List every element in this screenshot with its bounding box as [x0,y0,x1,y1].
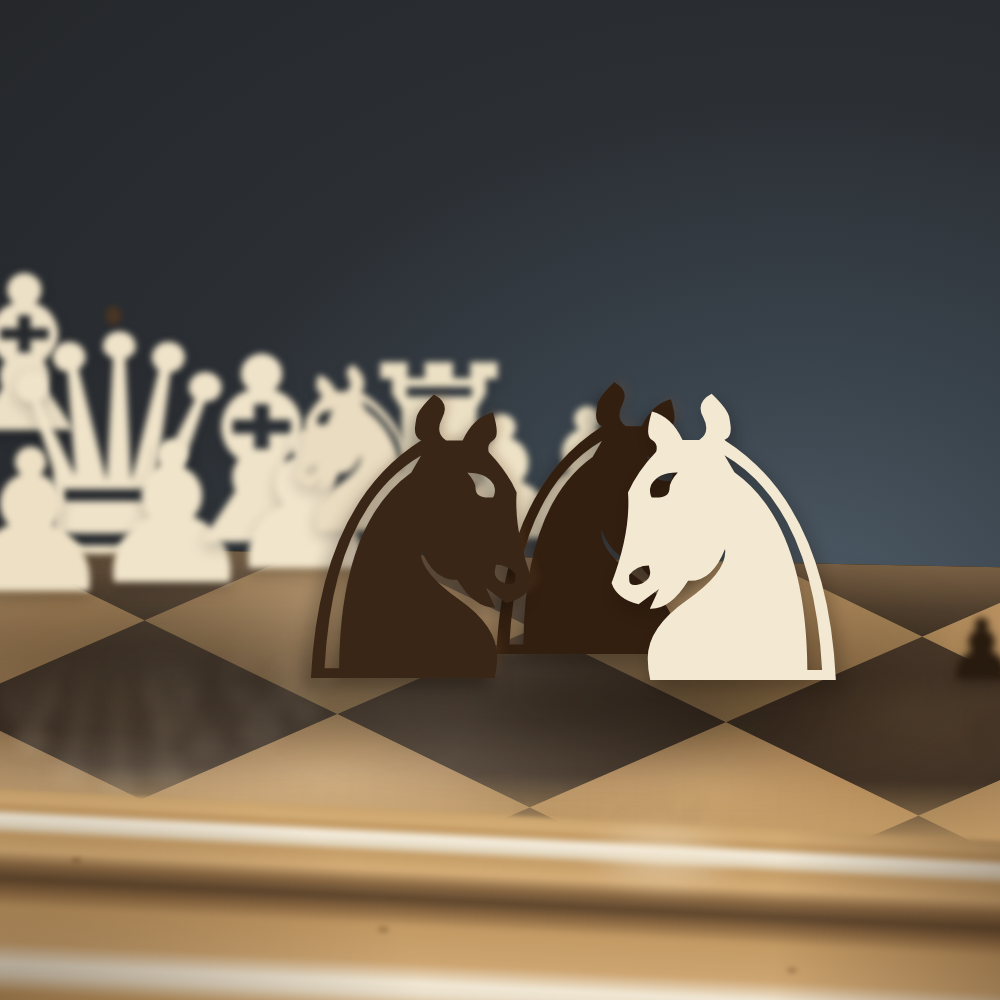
black-pawn-distant: ♟ [944,608,1000,692]
queen-finial [106,306,121,325]
board-square [926,546,1000,551]
chess-set-photo: ♝♛♛♟♟♟♟♝♝♟♟♞♜♟♟♟♟♞♞♞♞♞♞ [0,0,1000,1000]
white-knight-foreground: ♞ [548,348,899,740]
dark-knight-left: ♞ [248,350,596,738]
